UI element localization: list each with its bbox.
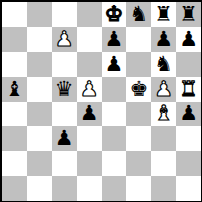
chess-diagram: ♚♞♜♜♟♟♟♟♟♞♝♛♟♚♟♜♟♝♟♟ bbox=[0, 0, 202, 202]
square-g1[interactable] bbox=[151, 176, 176, 201]
square-h7[interactable]: ♟ bbox=[176, 27, 201, 52]
square-g8[interactable]: ♜ bbox=[151, 2, 176, 27]
square-e1[interactable] bbox=[102, 176, 127, 201]
square-f4[interactable] bbox=[126, 102, 151, 127]
white-rook-h5[interactable]: ♜ bbox=[179, 79, 198, 100]
square-c5[interactable]: ♛ bbox=[52, 77, 77, 102]
square-d1[interactable] bbox=[77, 176, 102, 201]
square-g4[interactable]: ♝ bbox=[151, 102, 176, 127]
square-c6[interactable] bbox=[52, 52, 77, 77]
black-knight-f8[interactable]: ♞ bbox=[129, 4, 148, 25]
black-pawn-h7[interactable]: ♟ bbox=[179, 29, 198, 50]
square-e5[interactable] bbox=[102, 77, 127, 102]
square-a4[interactable] bbox=[2, 102, 27, 127]
square-d6[interactable] bbox=[77, 52, 102, 77]
square-e7[interactable]: ♟ bbox=[102, 27, 127, 52]
square-h8[interactable]: ♜ bbox=[176, 2, 201, 27]
white-king-e8[interactable]: ♚ bbox=[105, 4, 124, 25]
square-d4[interactable]: ♟ bbox=[77, 102, 102, 127]
square-h5[interactable]: ♜ bbox=[176, 77, 201, 102]
black-king-f5[interactable]: ♚ bbox=[129, 79, 148, 100]
square-c2[interactable] bbox=[52, 151, 77, 176]
square-b1[interactable] bbox=[27, 176, 52, 201]
square-h6[interactable] bbox=[176, 52, 201, 77]
square-g2[interactable] bbox=[151, 151, 176, 176]
white-bishop-g4[interactable]: ♝ bbox=[154, 103, 173, 124]
square-g6[interactable]: ♞ bbox=[151, 52, 176, 77]
square-g3[interactable] bbox=[151, 126, 176, 151]
square-f6[interactable] bbox=[126, 52, 151, 77]
square-e2[interactable] bbox=[102, 151, 127, 176]
chess-board: ♚♞♜♜♟♟♟♟♟♞♝♛♟♚♟♜♟♝♟♟ bbox=[0, 0, 202, 202]
white-pawn-d5[interactable]: ♟ bbox=[80, 79, 99, 100]
square-b3[interactable] bbox=[27, 126, 52, 151]
square-e3[interactable] bbox=[102, 126, 127, 151]
square-e4[interactable] bbox=[102, 102, 127, 127]
square-f5[interactable]: ♚ bbox=[126, 77, 151, 102]
square-d5[interactable]: ♟ bbox=[77, 77, 102, 102]
black-pawn-h4[interactable]: ♟ bbox=[179, 103, 198, 124]
black-queen-c5[interactable]: ♛ bbox=[55, 79, 74, 100]
square-f7[interactable] bbox=[126, 27, 151, 52]
square-b5[interactable] bbox=[27, 77, 52, 102]
white-pawn-c7[interactable]: ♟ bbox=[55, 29, 74, 50]
square-c3[interactable]: ♟ bbox=[52, 126, 77, 151]
square-f2[interactable] bbox=[126, 151, 151, 176]
square-d8[interactable] bbox=[77, 2, 102, 27]
square-e6[interactable]: ♟ bbox=[102, 52, 127, 77]
square-a2[interactable] bbox=[2, 151, 27, 176]
black-pawn-e6[interactable]: ♟ bbox=[105, 54, 124, 75]
square-c8[interactable] bbox=[52, 2, 77, 27]
square-b8[interactable] bbox=[27, 2, 52, 27]
square-e8[interactable]: ♚ bbox=[102, 2, 127, 27]
black-rook-g8[interactable]: ♜ bbox=[154, 4, 173, 25]
black-pawn-d4[interactable]: ♟ bbox=[80, 103, 99, 124]
square-f3[interactable] bbox=[126, 126, 151, 151]
square-a3[interactable] bbox=[2, 126, 27, 151]
square-h4[interactable]: ♟ bbox=[176, 102, 201, 127]
square-a7[interactable] bbox=[2, 27, 27, 52]
square-a6[interactable] bbox=[2, 52, 27, 77]
square-h3[interactable] bbox=[176, 126, 201, 151]
square-c1[interactable] bbox=[52, 176, 77, 201]
square-a5[interactable]: ♝ bbox=[2, 77, 27, 102]
square-d7[interactable] bbox=[77, 27, 102, 52]
square-h1[interactable] bbox=[176, 176, 201, 201]
black-pawn-g7[interactable]: ♟ bbox=[154, 29, 173, 50]
square-b2[interactable] bbox=[27, 151, 52, 176]
square-g7[interactable]: ♟ bbox=[151, 27, 176, 52]
black-bishop-a5[interactable]: ♝ bbox=[5, 79, 24, 100]
square-a1[interactable] bbox=[2, 176, 27, 201]
black-knight-g6[interactable]: ♞ bbox=[154, 54, 173, 75]
square-b7[interactable] bbox=[27, 27, 52, 52]
square-f8[interactable]: ♞ bbox=[126, 2, 151, 27]
square-d3[interactable] bbox=[77, 126, 102, 151]
square-c7[interactable]: ♟ bbox=[52, 27, 77, 52]
square-d2[interactable] bbox=[77, 151, 102, 176]
white-pawn-g5[interactable]: ♟ bbox=[154, 79, 173, 100]
square-a8[interactable] bbox=[2, 2, 27, 27]
square-h2[interactable] bbox=[176, 151, 201, 176]
black-pawn-c3[interactable]: ♟ bbox=[55, 128, 74, 149]
square-b6[interactable] bbox=[27, 52, 52, 77]
square-b4[interactable] bbox=[27, 102, 52, 127]
square-c4[interactable] bbox=[52, 102, 77, 127]
square-f1[interactable] bbox=[126, 176, 151, 201]
black-pawn-e7[interactable]: ♟ bbox=[105, 29, 124, 50]
square-g5[interactable]: ♟ bbox=[151, 77, 176, 102]
black-rook-h8[interactable]: ♜ bbox=[179, 4, 198, 25]
